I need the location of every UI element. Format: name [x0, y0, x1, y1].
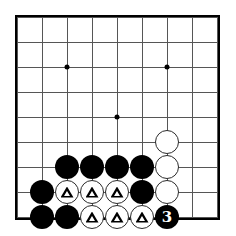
board-point	[205, 55, 230, 80]
board-point	[5, 205, 30, 230]
black-stone	[130, 155, 154, 179]
board-point	[105, 5, 130, 30]
board-point	[105, 30, 130, 55]
board-point	[5, 80, 30, 105]
board-point	[80, 180, 105, 205]
white-stone-triangle-marked	[80, 205, 104, 229]
star-point	[165, 65, 170, 70]
board-point	[80, 130, 105, 155]
black-stone	[30, 205, 54, 229]
board-point	[155, 5, 180, 30]
board-point	[105, 180, 130, 205]
board-point	[205, 105, 230, 130]
board-point	[80, 155, 105, 180]
black-stone	[80, 155, 104, 179]
board-point	[205, 130, 230, 155]
white-stone	[155, 180, 179, 204]
board-point	[80, 55, 105, 80]
board-point	[155, 130, 180, 155]
white-stone	[155, 130, 179, 154]
board-point	[30, 130, 55, 155]
board-point	[55, 5, 80, 30]
board-point	[55, 155, 80, 180]
triangle-mark	[86, 187, 99, 198]
board-point	[105, 55, 130, 80]
board-point	[30, 180, 55, 205]
board-point	[180, 130, 205, 155]
triangle-mark	[86, 212, 99, 223]
star-point	[115, 115, 120, 120]
board-point	[180, 205, 205, 230]
board-point	[130, 155, 155, 180]
board-point	[130, 105, 155, 130]
board-point	[155, 55, 180, 80]
go-board: 3	[5, 5, 230, 230]
move-number-label: 3	[162, 209, 172, 224]
star-point	[65, 65, 70, 70]
board-point	[155, 30, 180, 55]
board-point	[105, 105, 130, 130]
board-point	[30, 155, 55, 180]
board-point	[80, 30, 105, 55]
board-point	[155, 155, 180, 180]
black-stone	[55, 205, 79, 229]
board-point	[30, 30, 55, 55]
board-point	[105, 155, 130, 180]
board-point	[30, 5, 55, 30]
go-board-diagram: 3	[0, 0, 236, 236]
black-stone	[130, 180, 154, 204]
board-point	[130, 205, 155, 230]
board-point	[105, 205, 130, 230]
board-point	[55, 180, 80, 205]
black-stone-move-3: 3	[155, 205, 179, 229]
board-point	[55, 30, 80, 55]
white-stone-triangle-marked	[55, 180, 79, 204]
board-point	[130, 180, 155, 205]
board-point	[205, 205, 230, 230]
board-point	[205, 80, 230, 105]
board-point	[205, 155, 230, 180]
board-point: 3	[155, 205, 180, 230]
white-stone-triangle-marked	[105, 205, 129, 229]
black-stone	[30, 180, 54, 204]
board-point	[55, 205, 80, 230]
board-point	[80, 5, 105, 30]
board-point	[5, 30, 30, 55]
board-point	[30, 105, 55, 130]
board-point	[130, 55, 155, 80]
board-point	[30, 80, 55, 105]
board-point	[180, 5, 205, 30]
board-point	[205, 5, 230, 30]
triangle-mark	[111, 212, 124, 223]
white-stone	[155, 155, 179, 179]
board-point	[55, 80, 80, 105]
board-point	[130, 80, 155, 105]
triangle-mark	[136, 212, 149, 223]
board-point	[80, 205, 105, 230]
board-point	[205, 180, 230, 205]
board-point	[155, 105, 180, 130]
triangle-mark	[61, 187, 74, 198]
board-point	[180, 180, 205, 205]
board-point	[80, 80, 105, 105]
board-point	[155, 180, 180, 205]
white-stone-triangle-marked	[105, 180, 129, 204]
white-stone-triangle-marked	[130, 205, 154, 229]
board-point	[180, 80, 205, 105]
board-point	[5, 105, 30, 130]
board-point	[30, 205, 55, 230]
board-point	[55, 55, 80, 80]
board-point	[180, 30, 205, 55]
board-point	[5, 55, 30, 80]
board-point	[180, 155, 205, 180]
board-point	[5, 5, 30, 30]
board-point	[5, 130, 30, 155]
board-point	[80, 105, 105, 130]
board-point	[155, 80, 180, 105]
board-point	[180, 105, 205, 130]
board-point	[5, 180, 30, 205]
board-point	[130, 5, 155, 30]
board-point	[105, 130, 130, 155]
board-point	[5, 155, 30, 180]
triangle-mark	[111, 187, 124, 198]
board-point	[55, 130, 80, 155]
white-stone-triangle-marked	[80, 180, 104, 204]
board-point	[205, 30, 230, 55]
board-point	[130, 130, 155, 155]
black-stone	[55, 155, 79, 179]
board-point	[105, 80, 130, 105]
board-point	[130, 30, 155, 55]
black-stone	[105, 155, 129, 179]
board-point	[55, 105, 80, 130]
board-point	[180, 55, 205, 80]
board-point	[30, 55, 55, 80]
